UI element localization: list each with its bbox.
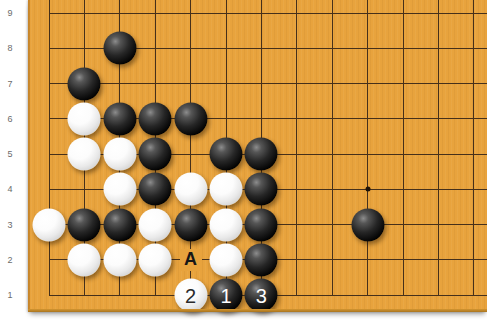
stone-white-move-2[interactable]: 2: [174, 279, 207, 312]
stone-white[interactable]: [68, 243, 101, 276]
stone-black[interactable]: [68, 67, 101, 100]
stone-white[interactable]: [103, 138, 136, 171]
row-coordinate-label: 6: [2, 114, 18, 124]
stone-white[interactable]: [103, 173, 136, 206]
stone-black[interactable]: [139, 102, 172, 135]
go-diagram-view: 987654321 A 213: [0, 0, 487, 323]
grid-line-horizontal: [49, 83, 487, 84]
row-coordinate-label: 2: [2, 255, 18, 265]
grid-line-vertical: [296, 0, 297, 296]
stone-move-number: 3: [256, 285, 267, 305]
stone-white[interactable]: [210, 173, 243, 206]
row-coordinate-label: 4: [2, 184, 18, 194]
stone-white[interactable]: [210, 243, 243, 276]
stone-black[interactable]: [210, 138, 243, 171]
stone-move-number: 1: [220, 285, 231, 305]
stone-black[interactable]: [174, 102, 207, 135]
row-coordinate-label: 1: [2, 290, 18, 300]
row-coordinate-label: 7: [2, 79, 18, 89]
stone-black[interactable]: [139, 138, 172, 171]
stone-move-number: 2: [185, 285, 196, 305]
stone-black[interactable]: [103, 208, 136, 241]
stone-white[interactable]: [68, 138, 101, 171]
row-coordinate-label: 9: [2, 8, 18, 18]
stone-black-move-1[interactable]: 1: [210, 279, 243, 312]
grid-line-vertical: [367, 0, 368, 296]
stone-black[interactable]: [103, 32, 136, 65]
stone-white[interactable]: [174, 173, 207, 206]
grid-line-horizontal: [49, 13, 487, 14]
stone-black[interactable]: [245, 173, 278, 206]
row-coordinate-label: 5: [2, 149, 18, 159]
stone-white[interactable]: [139, 243, 172, 276]
go-board[interactable]: A 213: [28, 0, 487, 312]
star-point: [365, 187, 370, 192]
stone-black[interactable]: [103, 102, 136, 135]
stone-black[interactable]: [174, 208, 207, 241]
grid-line-vertical: [403, 0, 404, 296]
row-coordinate-label: 8: [2, 43, 18, 53]
stone-black[interactable]: [351, 208, 384, 241]
row-coordinate-label: 3: [2, 220, 18, 230]
stone-black[interactable]: [245, 243, 278, 276]
stone-white[interactable]: [103, 243, 136, 276]
stone-black-move-3[interactable]: 3: [245, 279, 278, 312]
grid-line-vertical: [473, 0, 474, 296]
stone-black[interactable]: [245, 138, 278, 171]
stone-white[interactable]: [68, 102, 101, 135]
stone-black[interactable]: [245, 208, 278, 241]
marked-point-A[interactable]: A: [180, 249, 202, 271]
stone-white[interactable]: [33, 208, 66, 241]
stone-black[interactable]: [68, 208, 101, 241]
grid-line-vertical: [332, 0, 333, 296]
stone-black[interactable]: [139, 173, 172, 206]
stone-white[interactable]: [210, 208, 243, 241]
grid-line-vertical: [49, 0, 50, 296]
grid-line-vertical: [438, 0, 439, 296]
stone-white[interactable]: [139, 208, 172, 241]
